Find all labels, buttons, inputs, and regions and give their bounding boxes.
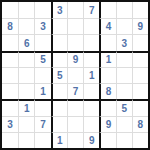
cell-r6c6-empty[interactable]: [83, 83, 99, 99]
cell-r9c8-empty[interactable]: [116, 132, 132, 148]
cell-r6c1-empty[interactable]: [2, 83, 18, 99]
cell-r7c2-given-1[interactable]: 1: [18, 99, 34, 115]
cell-r4c8-empty[interactable]: [116, 51, 132, 67]
cell-r2c7-given-4[interactable]: 4: [99, 18, 115, 34]
cell-r5c7-empty[interactable]: [99, 67, 115, 83]
cell-r1c5-empty[interactable]: [67, 2, 83, 18]
cell-r7c1-empty[interactable]: [2, 99, 18, 115]
cell-r4c9-empty[interactable]: [132, 51, 148, 67]
cell-r6c7-given-8[interactable]: 8: [99, 83, 115, 99]
cell-r1c6-given-7[interactable]: 7: [83, 2, 99, 18]
cell-r4c6-empty[interactable]: [83, 51, 99, 67]
cell-r5c3-empty[interactable]: [34, 67, 50, 83]
cell-r7c7-empty[interactable]: [99, 99, 115, 115]
cell-r5c1-empty[interactable]: [2, 67, 18, 83]
cell-r2c8-empty[interactable]: [116, 18, 132, 34]
cell-r2c2-empty[interactable]: [18, 18, 34, 34]
cell-r1c7-empty[interactable]: [99, 2, 115, 18]
cell-r9c1-empty[interactable]: [2, 132, 18, 148]
cell-r3c1-empty[interactable]: [2, 34, 18, 50]
cell-r6c2-empty[interactable]: [18, 83, 34, 99]
cell-r1c1-empty[interactable]: [2, 2, 18, 18]
cell-r5c2-empty[interactable]: [18, 67, 34, 83]
cell-r9c3-empty[interactable]: [34, 132, 50, 148]
cell-r8c2-empty[interactable]: [18, 116, 34, 132]
cell-r8c9-given-8[interactable]: 8: [132, 116, 148, 132]
cell-r8c4-empty[interactable]: [51, 116, 67, 132]
cell-r3c5-empty[interactable]: [67, 34, 83, 50]
cell-r3c7-empty[interactable]: [99, 34, 115, 50]
cell-r9c2-empty[interactable]: [18, 132, 34, 148]
cell-r1c9-empty[interactable]: [132, 2, 148, 18]
cell-r1c3-empty[interactable]: [34, 2, 50, 18]
cell-r8c8-empty[interactable]: [116, 116, 132, 132]
cell-r5c4-given-5[interactable]: 5: [51, 67, 67, 83]
cell-r1c8-empty[interactable]: [116, 2, 132, 18]
cell-r4c4-empty[interactable]: [51, 51, 67, 67]
cell-r4c3-given-5[interactable]: 5: [34, 51, 50, 67]
cell-r8c7-given-9[interactable]: 9: [99, 116, 115, 132]
cell-r4c2-empty[interactable]: [18, 51, 34, 67]
cell-r4c5-given-9[interactable]: 9: [67, 51, 83, 67]
cell-r3c8-given-3[interactable]: 3: [116, 34, 132, 50]
cell-r3c6-empty[interactable]: [83, 34, 99, 50]
cell-r2c5-empty[interactable]: [67, 18, 83, 34]
cell-r1c2-empty[interactable]: [18, 2, 34, 18]
cell-r8c1-given-3[interactable]: 3: [2, 116, 18, 132]
cell-r2c1-given-8[interactable]: 8: [2, 18, 18, 34]
cell-r2c6-empty[interactable]: [83, 18, 99, 34]
cell-r7c3-empty[interactable]: [34, 99, 50, 115]
cell-r8c5-empty[interactable]: [67, 116, 83, 132]
cell-r9c5-empty[interactable]: [67, 132, 83, 148]
sudoku-board: 378349635915117815379819: [0, 0, 150, 150]
cell-r5c6-given-1[interactable]: 1: [83, 67, 99, 83]
cell-r9c9-empty[interactable]: [132, 132, 148, 148]
cell-r3c3-empty[interactable]: [34, 34, 50, 50]
cell-r5c5-empty[interactable]: [67, 67, 83, 83]
cell-r6c9-empty[interactable]: [132, 83, 148, 99]
cell-r7c6-empty[interactable]: [83, 99, 99, 115]
cell-r7c8-given-5[interactable]: 5: [116, 99, 132, 115]
cell-r5c9-empty[interactable]: [132, 67, 148, 83]
cell-r7c4-empty[interactable]: [51, 99, 67, 115]
cell-r1c4-given-3[interactable]: 3: [51, 2, 67, 18]
cell-r8c6-empty[interactable]: [83, 116, 99, 132]
cell-r6c8-empty[interactable]: [116, 83, 132, 99]
cell-r5c8-empty[interactable]: [116, 67, 132, 83]
cell-r3c4-empty[interactable]: [51, 34, 67, 50]
cell-r8c3-given-7[interactable]: 7: [34, 116, 50, 132]
cell-r6c5-given-7[interactable]: 7: [67, 83, 83, 99]
cell-r4c7-given-1[interactable]: 1: [99, 51, 115, 67]
cell-r9c7-empty[interactable]: [99, 132, 115, 148]
cell-r2c4-empty[interactable]: [51, 18, 67, 34]
cell-r9c6-given-9[interactable]: 9: [83, 132, 99, 148]
cell-r6c4-empty[interactable]: [51, 83, 67, 99]
cell-r6c3-given-1[interactable]: 1: [34, 83, 50, 99]
cell-r3c9-empty[interactable]: [132, 34, 148, 50]
cell-r2c3-given-3[interactable]: 3: [34, 18, 50, 34]
cell-r9c4-given-1[interactable]: 1: [51, 132, 67, 148]
cell-r2c9-given-9[interactable]: 9: [132, 18, 148, 34]
cell-r7c9-empty[interactable]: [132, 99, 148, 115]
cell-r3c2-given-6[interactable]: 6: [18, 34, 34, 50]
cell-r7c5-empty[interactable]: [67, 99, 83, 115]
cell-r4c1-empty[interactable]: [2, 51, 18, 67]
